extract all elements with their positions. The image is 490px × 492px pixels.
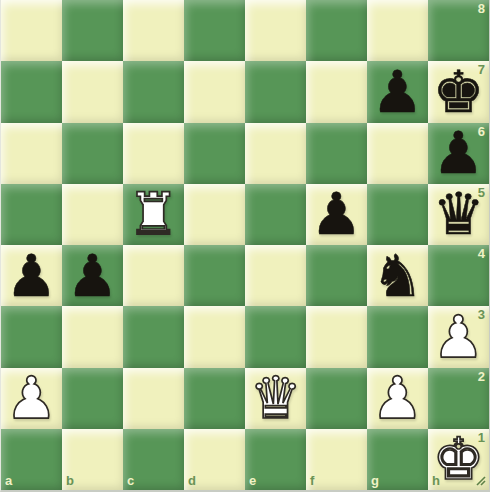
square-d2[interactable] xyxy=(184,368,245,429)
square-b4[interactable]: ♟ xyxy=(62,245,123,306)
square-f3[interactable] xyxy=(306,306,367,367)
square-c7[interactable] xyxy=(123,61,184,122)
square-h1[interactable]: ♚ h 1 xyxy=(428,429,489,490)
square-a8[interactable] xyxy=(1,0,62,61)
square-h5[interactable]: ♛ 5 xyxy=(428,184,489,245)
square-a1[interactable]: a xyxy=(1,429,62,490)
square-h3[interactable]: ♟ 3 xyxy=(428,306,489,367)
square-g5[interactable] xyxy=(367,184,428,245)
rank-label-2: 2 xyxy=(478,370,485,384)
white-rook-c5[interactable]: ♜ xyxy=(123,184,184,245)
square-e5[interactable] xyxy=(245,184,306,245)
black-pawn-b4[interactable]: ♟ xyxy=(62,245,123,306)
square-f1[interactable]: f xyxy=(306,429,367,490)
square-b7[interactable] xyxy=(62,61,123,122)
square-c6[interactable] xyxy=(123,123,184,184)
file-label-f: f xyxy=(310,474,314,488)
square-e6[interactable] xyxy=(245,123,306,184)
square-g2[interactable]: ♟ xyxy=(367,368,428,429)
square-b1[interactable]: b xyxy=(62,429,123,490)
rank-label-8: 8 xyxy=(478,2,485,16)
square-d7[interactable] xyxy=(184,61,245,122)
file-label-h: h xyxy=(432,474,440,488)
square-f6[interactable] xyxy=(306,123,367,184)
file-label-d: d xyxy=(188,474,196,488)
file-label-g: g xyxy=(371,474,379,488)
file-label-a: a xyxy=(5,474,12,488)
square-f8[interactable] xyxy=(306,0,367,61)
square-e3[interactable] xyxy=(245,306,306,367)
rank-label-1: 1 xyxy=(478,431,485,445)
square-h6[interactable]: ♟ 6 xyxy=(428,123,489,184)
square-d3[interactable] xyxy=(184,306,245,367)
rank-label-4: 4 xyxy=(478,247,485,261)
square-e1[interactable]: e xyxy=(245,429,306,490)
black-pawn-f5[interactable]: ♟ xyxy=(306,184,367,245)
file-label-c: c xyxy=(127,474,134,488)
square-a4[interactable]: ♟ xyxy=(1,245,62,306)
square-f5[interactable]: ♟ xyxy=(306,184,367,245)
rank-label-5: 5 xyxy=(478,186,485,200)
square-h2[interactable]: 2 xyxy=(428,368,489,429)
rank-label-3: 3 xyxy=(478,308,485,322)
square-e2[interactable]: ♛ xyxy=(245,368,306,429)
black-pawn-a4[interactable]: ♟ xyxy=(1,245,62,306)
square-b8[interactable] xyxy=(62,0,123,61)
square-d5[interactable] xyxy=(184,184,245,245)
square-g6[interactable] xyxy=(367,123,428,184)
square-g3[interactable] xyxy=(367,306,428,367)
square-d6[interactable] xyxy=(184,123,245,184)
square-a2[interactable]: ♟ xyxy=(1,368,62,429)
square-c3[interactable] xyxy=(123,306,184,367)
square-a3[interactable] xyxy=(1,306,62,367)
square-d8[interactable] xyxy=(184,0,245,61)
square-a7[interactable] xyxy=(1,61,62,122)
square-a5[interactable] xyxy=(1,184,62,245)
square-g8[interactable] xyxy=(367,0,428,61)
black-knight-g4[interactable]: ♞ xyxy=(367,245,428,306)
square-h7[interactable]: ♚ 7 xyxy=(428,61,489,122)
square-e8[interactable] xyxy=(245,0,306,61)
rank-label-6: 6 xyxy=(478,125,485,139)
square-c4[interactable] xyxy=(123,245,184,306)
square-a6[interactable] xyxy=(1,123,62,184)
chess-board: 8 ♟ ♚ 7 ♟ 6 ♜ ♟ ♛ 5 ♟ ♟ xyxy=(0,0,490,492)
file-label-b: b xyxy=(66,474,74,488)
square-c5[interactable]: ♜ xyxy=(123,184,184,245)
square-e4[interactable] xyxy=(245,245,306,306)
square-c8[interactable] xyxy=(123,0,184,61)
resize-handle-icon[interactable] xyxy=(473,473,486,486)
white-pawn-a2[interactable]: ♟ xyxy=(1,368,62,429)
square-f2[interactable] xyxy=(306,368,367,429)
square-g1[interactable]: g xyxy=(367,429,428,490)
black-pawn-g7[interactable]: ♟ xyxy=(367,61,428,122)
square-g7[interactable]: ♟ xyxy=(367,61,428,122)
square-d1[interactable]: d xyxy=(184,429,245,490)
square-b5[interactable] xyxy=(62,184,123,245)
square-b3[interactable] xyxy=(62,306,123,367)
square-e7[interactable] xyxy=(245,61,306,122)
file-label-e: e xyxy=(249,474,256,488)
square-d4[interactable] xyxy=(184,245,245,306)
square-h4[interactable]: 4 xyxy=(428,245,489,306)
rank-label-7: 7 xyxy=(478,63,485,77)
square-g4[interactable]: ♞ xyxy=(367,245,428,306)
white-queen-e2[interactable]: ♛ xyxy=(245,368,306,429)
square-f4[interactable] xyxy=(306,245,367,306)
white-pawn-g2[interactable]: ♟ xyxy=(367,368,428,429)
square-f7[interactable] xyxy=(306,61,367,122)
square-c1[interactable]: c xyxy=(123,429,184,490)
square-c2[interactable] xyxy=(123,368,184,429)
square-h8[interactable]: 8 xyxy=(428,0,489,61)
square-b2[interactable] xyxy=(62,368,123,429)
square-b6[interactable] xyxy=(62,123,123,184)
